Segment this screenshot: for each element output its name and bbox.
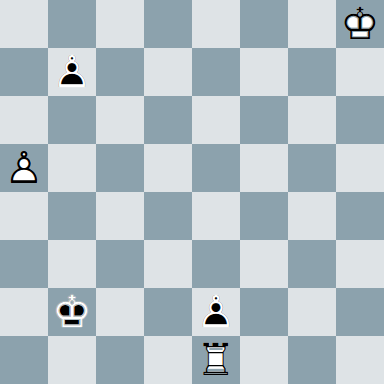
square-c7[interactable] <box>96 48 144 96</box>
square-b5[interactable] <box>48 144 96 192</box>
square-h3[interactable] <box>336 240 384 288</box>
square-d2[interactable] <box>144 288 192 336</box>
square-b1[interactable] <box>48 336 96 384</box>
square-c3[interactable] <box>96 240 144 288</box>
square-a2[interactable] <box>0 288 48 336</box>
square-h8[interactable]: ♚♔ <box>336 0 384 48</box>
square-f6[interactable] <box>240 96 288 144</box>
square-g1[interactable] <box>288 336 336 384</box>
square-b7[interactable]: ♟♙ <box>48 48 96 96</box>
square-f5[interactable] <box>240 144 288 192</box>
square-g7[interactable] <box>288 48 336 96</box>
square-e4[interactable] <box>192 192 240 240</box>
black-king-fill-icon: ♚ <box>48 288 96 336</box>
square-d7[interactable] <box>144 48 192 96</box>
black-king-outline-icon: ♔ <box>48 288 96 336</box>
black-pawn-fill-icon: ♟ <box>48 48 96 96</box>
square-d6[interactable] <box>144 96 192 144</box>
square-g6[interactable] <box>288 96 336 144</box>
square-f4[interactable] <box>240 192 288 240</box>
square-e6[interactable] <box>192 96 240 144</box>
white-rook-e1[interactable]: ♜♖ <box>192 336 240 384</box>
square-a6[interactable] <box>0 96 48 144</box>
square-c5[interactable] <box>96 144 144 192</box>
square-e1[interactable]: ♜♖ <box>192 336 240 384</box>
square-e7[interactable] <box>192 48 240 96</box>
square-h7[interactable] <box>336 48 384 96</box>
square-c4[interactable] <box>96 192 144 240</box>
square-h5[interactable] <box>336 144 384 192</box>
square-h1[interactable] <box>336 336 384 384</box>
square-a3[interactable] <box>0 240 48 288</box>
white-rook-outline-icon: ♖ <box>192 336 240 384</box>
square-c6[interactable] <box>96 96 144 144</box>
square-h2[interactable] <box>336 288 384 336</box>
chess-board: ♚♔♟♙♟♙♚♔♟♙♜♖ <box>0 0 384 384</box>
square-b3[interactable] <box>48 240 96 288</box>
white-pawn-outline-icon: ♙ <box>0 144 48 192</box>
square-c1[interactable] <box>96 336 144 384</box>
square-a8[interactable] <box>0 0 48 48</box>
square-d1[interactable] <box>144 336 192 384</box>
square-d3[interactable] <box>144 240 192 288</box>
square-f1[interactable] <box>240 336 288 384</box>
square-b6[interactable] <box>48 96 96 144</box>
white-rook-fill-icon: ♜ <box>192 336 240 384</box>
black-pawn-outline-icon: ♙ <box>48 48 96 96</box>
square-h4[interactable] <box>336 192 384 240</box>
white-pawn-a5[interactable]: ♟♙ <box>0 144 48 192</box>
square-b8[interactable] <box>48 0 96 48</box>
square-g4[interactable] <box>288 192 336 240</box>
square-d8[interactable] <box>144 0 192 48</box>
square-d5[interactable] <box>144 144 192 192</box>
black-pawn-fill-icon: ♟ <box>192 288 240 336</box>
square-f3[interactable] <box>240 240 288 288</box>
square-c8[interactable] <box>96 0 144 48</box>
square-g8[interactable] <box>288 0 336 48</box>
square-g5[interactable] <box>288 144 336 192</box>
square-g3[interactable] <box>288 240 336 288</box>
black-pawn-outline-icon: ♙ <box>192 288 240 336</box>
square-e8[interactable] <box>192 0 240 48</box>
square-d4[interactable] <box>144 192 192 240</box>
square-a5[interactable]: ♟♙ <box>0 144 48 192</box>
square-h6[interactable] <box>336 96 384 144</box>
square-a7[interactable] <box>0 48 48 96</box>
white-king-h8[interactable]: ♚♔ <box>336 0 384 48</box>
square-a1[interactable] <box>0 336 48 384</box>
square-a4[interactable] <box>0 192 48 240</box>
square-f8[interactable] <box>240 0 288 48</box>
square-e2[interactable]: ♟♙ <box>192 288 240 336</box>
square-b4[interactable] <box>48 192 96 240</box>
square-e3[interactable] <box>192 240 240 288</box>
black-king-b2[interactable]: ♚♔ <box>48 288 96 336</box>
square-e5[interactable] <box>192 144 240 192</box>
square-f7[interactable] <box>240 48 288 96</box>
square-f2[interactable] <box>240 288 288 336</box>
white-king-fill-icon: ♚ <box>336 0 384 48</box>
white-king-outline-icon: ♔ <box>336 0 384 48</box>
square-b2[interactable]: ♚♔ <box>48 288 96 336</box>
white-pawn-fill-icon: ♟ <box>0 144 48 192</box>
black-pawn-e2[interactable]: ♟♙ <box>192 288 240 336</box>
square-c2[interactable] <box>96 288 144 336</box>
black-pawn-b7[interactable]: ♟♙ <box>48 48 96 96</box>
square-g2[interactable] <box>288 288 336 336</box>
